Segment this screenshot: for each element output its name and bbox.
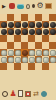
- bottom-toolbar: ♟⇄: [0, 87, 56, 100]
- swap-arrows-icon-glyph: ⇄: [33, 90, 39, 98]
- white-piece[interactable]: [1, 57, 7, 63]
- square-r4c6[interactable]: [42, 42, 49, 49]
- black-piece[interactable]: [50, 29, 56, 35]
- square-r6c2[interactable]: [14, 56, 21, 63]
- square-r3c4[interactable]: [28, 35, 35, 42]
- white-piece[interactable]: [22, 57, 28, 63]
- square-r3c7[interactable]: [49, 35, 56, 42]
- gear-icon-glyph: ⚙: [37, 2, 43, 10]
- square-r5c4[interactable]: [28, 49, 35, 56]
- square-r2c6[interactable]: [42, 28, 49, 35]
- square-r1c7[interactable]: [49, 21, 56, 28]
- mini-board-icon[interactable]: [25, 91, 31, 97]
- square-r5c7[interactable]: [49, 49, 56, 56]
- square-r7c1[interactable]: [7, 63, 14, 70]
- black-piece[interactable]: [50, 22, 56, 28]
- square-r5c3[interactable]: [21, 49, 28, 56]
- square-r0c1[interactable]: [7, 14, 14, 21]
- square-r1c3[interactable]: [21, 21, 28, 28]
- square-r4c7[interactable]: [49, 42, 56, 49]
- square-r1c1[interactable]: [7, 21, 14, 28]
- board-icon[interactable]: [45, 3, 52, 9]
- square-r1c6[interactable]: [42, 21, 49, 28]
- red-pawn-icon-glyph: ♟: [10, 90, 16, 98]
- swap-arrows-icon[interactable]: ⇄: [33, 90, 39, 98]
- square-r2c7[interactable]: [49, 28, 56, 35]
- square-r0c6[interactable]: [42, 14, 49, 21]
- square-r0c0[interactable]: [0, 14, 7, 21]
- square-r3c3[interactable]: [21, 35, 28, 42]
- square-r0c5[interactable]: [35, 14, 42, 21]
- white-piece[interactable]: [1, 50, 7, 56]
- square-r2c4[interactable]: [28, 28, 35, 35]
- square-r3c2[interactable]: [14, 35, 21, 42]
- square-r2c0[interactable]: [0, 28, 7, 35]
- square-r6c0[interactable]: [0, 56, 7, 63]
- white-piece[interactable]: [50, 57, 56, 63]
- square-r7c3[interactable]: [21, 63, 28, 70]
- square-r0c7[interactable]: [49, 14, 56, 21]
- square-r4c1[interactable]: [7, 42, 14, 49]
- square-r5c0[interactable]: [0, 49, 7, 56]
- square-r2c2[interactable]: [14, 28, 21, 35]
- black-piece[interactable]: [22, 22, 28, 28]
- square-r4c2[interactable]: [14, 42, 21, 49]
- square-r3c1[interactable]: [7, 35, 14, 42]
- play-icon[interactable]: ▶: [1, 2, 7, 10]
- square-r5c2[interactable]: [14, 49, 21, 56]
- white-piece[interactable]: [50, 50, 56, 56]
- white-piece[interactable]: [15, 57, 21, 63]
- top-toolbar: ▶⚙: [0, 1, 56, 11]
- black-piece[interactable]: [29, 29, 35, 35]
- white-piece[interactable]: [29, 57, 35, 63]
- black-piece[interactable]: [43, 22, 49, 28]
- square-r6c3[interactable]: [21, 56, 28, 63]
- square-r5c1[interactable]: [7, 49, 14, 56]
- play-icon-glyph: ▶: [2, 2, 6, 10]
- black-piece[interactable]: [8, 29, 14, 35]
- square-r4c5[interactable]: [35, 42, 42, 49]
- square-r6c1[interactable]: [7, 56, 14, 63]
- page-icon[interactable]: [18, 90, 23, 97]
- red-badge-icon[interactable]: [9, 3, 15, 9]
- square-r6c6[interactable]: [42, 56, 49, 63]
- checkers-app: { "game": "checkers-turkish-draughts", "…: [0, 0, 56, 100]
- square-r7c6[interactable]: [42, 63, 49, 70]
- square-r4c3[interactable]: [21, 42, 28, 49]
- red-pawn-icon[interactable]: ♟: [10, 90, 16, 98]
- white-piece[interactable]: [29, 50, 35, 56]
- square-r7c7[interactable]: [49, 63, 56, 70]
- square-r0c3[interactable]: [21, 14, 28, 21]
- pin-icon[interactable]: [26, 4, 30, 9]
- square-r2c3[interactable]: [21, 28, 28, 35]
- teal-button-icon[interactable]: [17, 4, 24, 9]
- square-r0c4[interactable]: [28, 14, 35, 21]
- black-piece[interactable]: [43, 29, 49, 35]
- white-piece[interactable]: [8, 57, 14, 63]
- square-r5c6[interactable]: [42, 49, 49, 56]
- white-piece[interactable]: [43, 57, 49, 63]
- black-piece[interactable]: [15, 22, 21, 28]
- black-piece[interactable]: [29, 22, 35, 28]
- square-r3c5[interactable]: [35, 35, 42, 42]
- square-r0c2[interactable]: [14, 14, 21, 21]
- white-piece[interactable]: [36, 57, 42, 63]
- gear-icon[interactable]: ⚙: [37, 2, 43, 10]
- black-piece[interactable]: [22, 29, 28, 35]
- dot-icon[interactable]: [32, 4, 35, 8]
- square-r6c4[interactable]: [28, 56, 35, 63]
- square-r1c4[interactable]: [28, 21, 35, 28]
- square-r6c5[interactable]: [35, 56, 42, 63]
- black-piece[interactable]: [36, 22, 42, 28]
- square-r7c4[interactable]: [28, 63, 35, 70]
- globe-icon[interactable]: [41, 91, 47, 97]
- square-r1c5[interactable]: [35, 21, 42, 28]
- square-r3c0[interactable]: [0, 35, 7, 42]
- square-r7c0[interactable]: [0, 63, 7, 70]
- square-r3c6[interactable]: [42, 35, 49, 42]
- white-piece[interactable]: [8, 50, 14, 56]
- white-piece[interactable]: [43, 50, 49, 56]
- square-r7c5[interactable]: [35, 63, 42, 70]
- square-r5c5[interactable]: [35, 49, 42, 56]
- black-piece[interactable]: [15, 29, 21, 35]
- black-piece[interactable]: [36, 29, 42, 35]
- square-r7c2[interactable]: [14, 63, 21, 70]
- white-piece[interactable]: [15, 50, 21, 56]
- clock-icon[interactable]: [2, 91, 8, 97]
- square-r2c1[interactable]: [7, 28, 14, 35]
- square-r1c0[interactable]: [0, 21, 7, 28]
- black-piece[interactable]: [1, 29, 7, 35]
- white-piece[interactable]: [36, 50, 42, 56]
- square-r6c7[interactable]: [49, 56, 56, 63]
- square-r4c4[interactable]: [28, 42, 35, 49]
- black-piece[interactable]: [8, 22, 14, 28]
- square-r4c0[interactable]: [0, 42, 7, 49]
- square-r2c5[interactable]: [35, 28, 42, 35]
- black-piece[interactable]: [1, 22, 7, 28]
- white-piece-selected[interactable]: [22, 50, 28, 56]
- board: [0, 14, 56, 70]
- square-r1c2[interactable]: [14, 21, 21, 28]
